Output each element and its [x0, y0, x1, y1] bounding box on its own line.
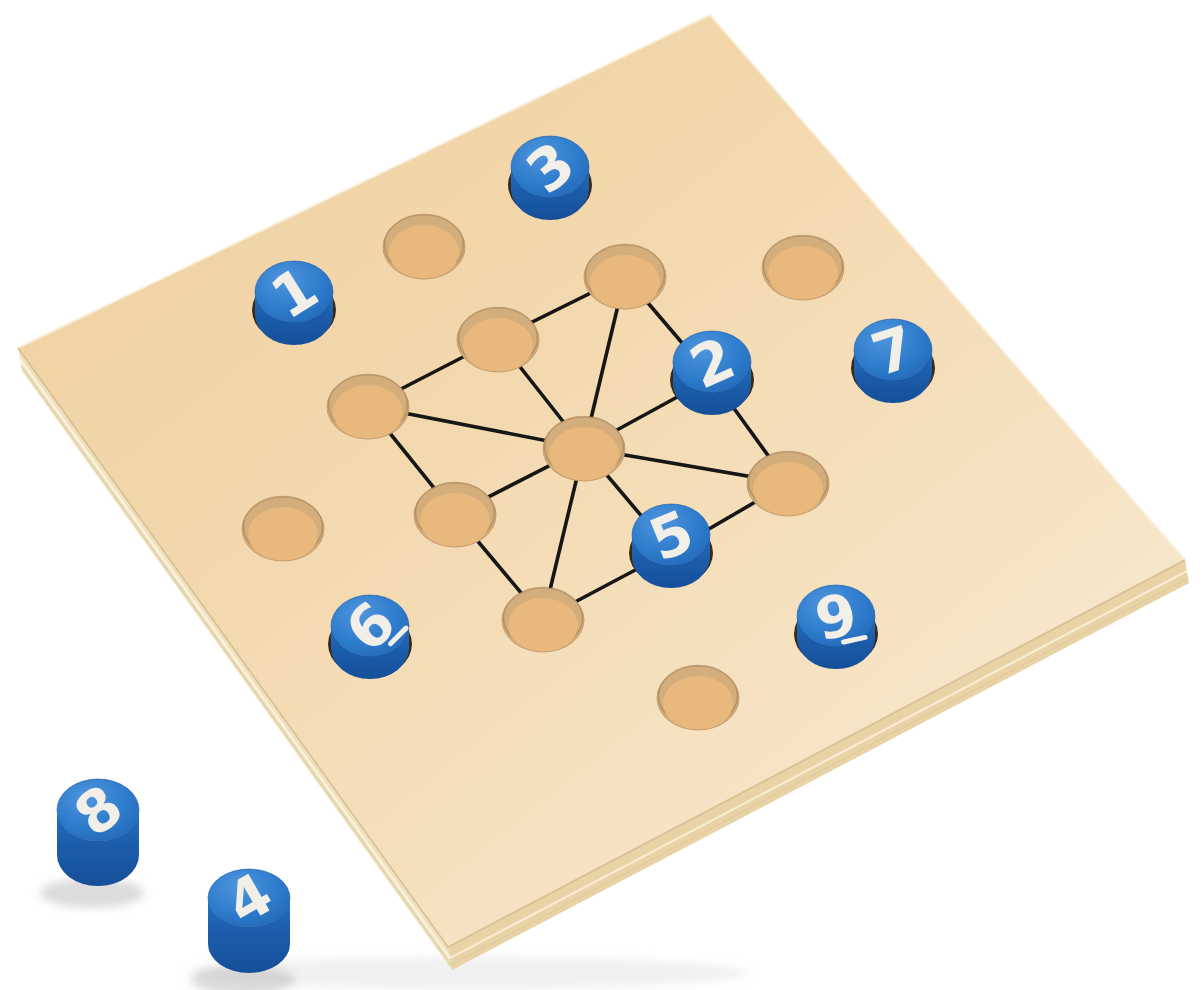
- disc-4[interactable]: 4: [191, 859, 295, 990]
- hole-p20[interactable]: [502, 588, 584, 653]
- board-top-face: [18, 15, 1185, 947]
- hole-p00[interactable]: [327, 375, 409, 440]
- hole-p11[interactable]: [543, 417, 625, 482]
- board-scene: 123567984: [0, 0, 1203, 990]
- hole-s4[interactable]: [762, 236, 844, 301]
- product-photo-stage: 123567984: [0, 0, 1203, 990]
- hole-p01[interactable]: [457, 308, 539, 373]
- hole-p02[interactable]: [584, 245, 666, 310]
- hole-s8[interactable]: [657, 666, 739, 731]
- disc-8[interactable]: 8: [40, 772, 144, 908]
- hole-s2[interactable]: [383, 215, 465, 280]
- hole-p22[interactable]: [747, 452, 829, 517]
- hole-p10[interactable]: [414, 483, 496, 548]
- hole-s6[interactable]: [242, 497, 324, 562]
